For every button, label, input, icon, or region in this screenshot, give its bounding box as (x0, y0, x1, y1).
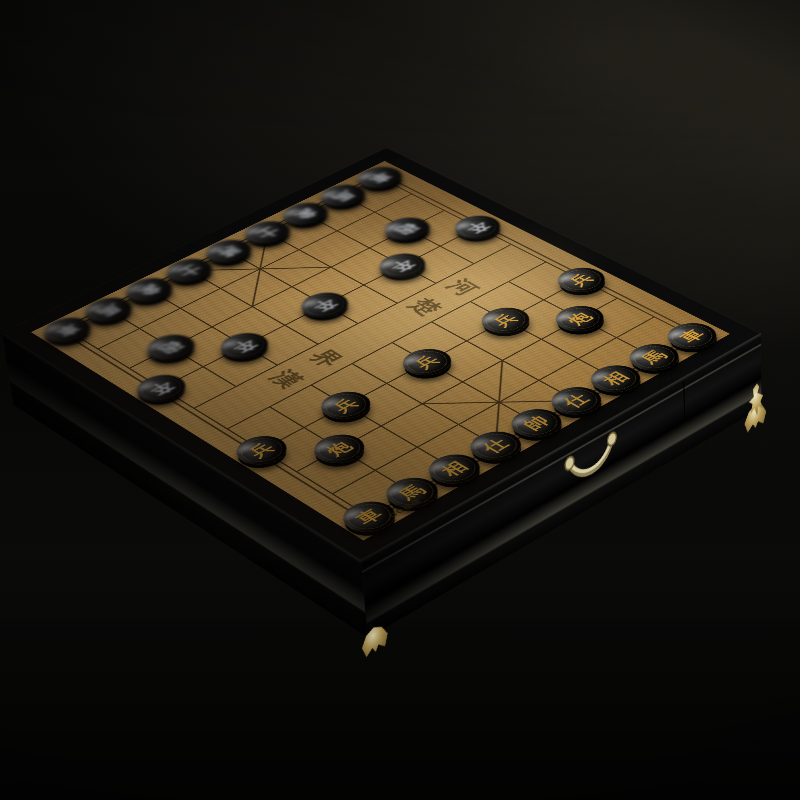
photo-scene: 漢界楚河 車馬象士將士象馬車砲砲卒卒卒卒卒兵兵兵兵兵炮炮車馬相仕帥仕相馬車 OO… (0, 0, 800, 800)
vignette-overlay (0, 0, 800, 800)
